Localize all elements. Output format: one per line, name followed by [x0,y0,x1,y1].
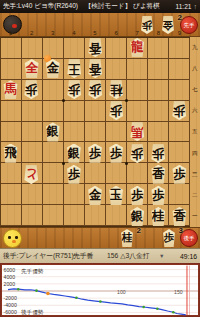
gote-avatar-icon [3,229,22,248]
board-square[interactable] [127,59,148,80]
sente-badge: 先手 [180,16,198,34]
piyo-shogi-app: 先手:Lv40 ピヨ帝(R2640) 【検討モード】 ぴよ将棋 11:21 ↑ … [0,0,200,317]
board-square[interactable] [148,59,169,80]
board-square[interactable] [22,122,43,143]
board-square[interactable] [85,122,106,143]
board-square[interactable] [85,101,106,122]
board-square[interactable] [127,80,148,101]
board-square[interactable] [127,101,148,122]
board-square[interactable] [169,122,190,143]
rank-label: 九 [192,44,198,51]
rank-label: 六 [192,107,198,114]
svg-text:100: 100 [117,289,126,295]
star-point [125,99,128,102]
rank-label: 二 [192,192,198,199]
up-arrow-icon: ↑ [194,3,198,10]
match-title: 先手:Lv40 ピヨ帝(R2640) 【検討モード】 ぴよ将棋 [3,2,175,11]
board-square[interactable] [64,38,85,59]
file-label: 2 [30,30,33,36]
gote-hand-stand: 桂2歩3 後手 [0,227,200,248]
star-point [62,162,65,165]
svg-text:150: 150 [174,289,183,295]
file-label: 1 [9,30,12,36]
svg-text:-2000: -2000 [4,295,17,301]
file-label: 8 [157,30,160,36]
board-square[interactable] [1,101,22,122]
last-move-text[interactable]: 156 △3八金打 [107,251,159,261]
game-clock: 49:16 [173,253,197,260]
board-square[interactable] [106,205,127,226]
svg-text:先手優勢: 先手優勢 [21,268,44,275]
eval-graph-panel: 600040002000-2000-4000-6000100150先手優勢後手優… [0,263,200,317]
shogi-board: 123456789九八七六五四三二一香桂銀歩歩玉金歩香歩歩歩銀飛銀馬全金龍歩歩馬… [0,37,200,227]
board-square[interactable] [22,101,43,122]
hand-piece[interactable]: 歩 [139,16,155,39]
file-label: 6 [114,30,117,36]
board-square[interactable] [43,205,64,226]
gote-player-label: 後手:プレイヤー(R751) [3,251,73,261]
svg-text:-6000: -6000 [4,309,17,315]
rank-label: 五 [192,128,198,135]
rank-label: 四 [192,150,198,157]
file-label: 5 [93,30,96,36]
board-square[interactable] [64,205,85,226]
svg-text:4000: 4000 [4,274,16,280]
board-square[interactable] [64,101,85,122]
board-square[interactable] [106,122,127,143]
board-square[interactable] [1,59,22,80]
rank-label: 一 [192,213,198,220]
file-label: 4 [72,30,75,36]
board-square[interactable] [1,163,22,184]
board-square[interactable] [43,80,64,101]
board-square[interactable] [85,205,106,226]
gote-hand-pieces: 桂2歩3 [119,229,177,249]
board-square[interactable] [106,163,127,184]
board-square[interactable] [64,184,85,205]
board-square[interactable] [22,184,43,205]
board-square[interactable] [127,163,148,184]
board-square[interactable] [169,59,190,80]
move-dropdown-icon[interactable]: ▼ [159,253,173,259]
board-square[interactable] [169,80,190,101]
file-label: 3 [51,30,54,36]
board-square[interactable] [169,184,190,205]
board-square[interactable] [148,122,169,143]
board-square[interactable] [169,38,190,59]
rank-label: 七 [192,86,198,93]
turn-indicator: 先手番 [73,251,107,261]
rank-label: 八 [192,65,198,72]
sente-avatar-icon [3,15,22,34]
board-square[interactable] [1,122,22,143]
board-square[interactable] [43,101,64,122]
board-square[interactable] [22,38,43,59]
board-square[interactable] [22,142,43,163]
hand-piece-count: 3 [179,226,183,235]
svg-text:2000: 2000 [4,281,16,287]
board-square[interactable] [85,163,106,184]
board-square[interactable] [148,80,169,101]
status-bar: 先手:Lv40 ピヨ帝(R2640) 【検討モード】 ぴよ将棋 11:21 ↑ [0,0,200,13]
file-label: 7 [136,30,139,36]
hand-piece-count: 2 [178,13,182,22]
svg-text:-4000: -4000 [4,302,17,308]
rank-label: 三 [192,171,198,178]
eval-graph: 600040002000-2000-4000-6000100150先手優勢後手優… [0,263,200,317]
hand-piece[interactable]: 金2 [160,16,176,39]
svg-text:後手優勢: 後手優勢 [21,309,44,316]
board-square[interactable] [148,38,169,59]
svg-text:6000: 6000 [4,267,16,273]
board-square[interactable] [1,184,22,205]
board-square[interactable] [1,38,22,59]
board-square[interactable] [169,142,190,163]
board-square[interactable] [148,101,169,122]
file-label: 9 [178,30,181,36]
board-square[interactable] [106,59,127,80]
board-square[interactable] [22,205,43,226]
system-clock: 11:21 [175,3,191,10]
hand-piece[interactable]: 歩3 [161,229,177,249]
star-point [62,99,65,102]
board-square[interactable] [43,163,64,184]
hand-piece[interactable]: 桂2 [119,229,135,249]
hand-piece-count: 2 [137,226,141,235]
board-square[interactable] [64,122,85,143]
board-square[interactable] [43,184,64,205]
board-square[interactable] [106,38,127,59]
game-info-bar: 後手:プレイヤー(R751) 先手番 156 △3八金打 ▼ 49:16 [0,248,200,263]
board-square[interactable] [1,205,22,226]
board-square[interactable] [43,142,64,163]
